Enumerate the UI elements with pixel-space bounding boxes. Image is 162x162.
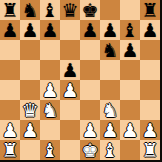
piece-white-pawn[interactable]: ♟ [61, 80, 78, 100]
square-g1[interactable] [120, 140, 140, 160]
piece-black-queen[interactable]: ♛ [61, 0, 78, 20]
square-a5[interactable] [0, 60, 20, 80]
piece-black-pawn[interactable]: ♟ [61, 60, 78, 80]
piece-white-pawn[interactable]: ♟ [81, 120, 98, 140]
square-b7[interactable]: ♟ [20, 20, 40, 40]
square-f6[interactable]: ♞ [100, 40, 120, 60]
piece-white-knight[interactable]: ♞ [101, 100, 118, 120]
square-b5[interactable] [20, 60, 40, 80]
square-g6[interactable]: ♟ [120, 40, 140, 60]
square-b3[interactable]: ♛ [20, 100, 40, 120]
piece-white-pawn[interactable]: ♟ [121, 120, 138, 140]
square-b2[interactable]: ♟ [20, 120, 40, 140]
square-e2[interactable]: ♟ [80, 120, 100, 140]
square-c6[interactable] [40, 40, 60, 60]
square-c2[interactable] [40, 120, 60, 140]
piece-black-bishop[interactable]: ♝ [121, 20, 138, 40]
square-a8[interactable]: ♜ [0, 0, 20, 20]
chess-board-frame: ♜♞♝♛♚♜♟♟♟♟♟♝♟♞♟♟♟♟♛♞♞♟♟♟♟♟♟♜♝♚♝♜ [0, 0, 162, 162]
piece-white-pawn[interactable]: ♟ [141, 120, 158, 140]
piece-black-pawn[interactable]: ♟ [1, 20, 18, 40]
piece-white-pawn[interactable]: ♟ [1, 120, 18, 140]
square-d6[interactable] [60, 40, 80, 60]
square-h5[interactable] [140, 60, 160, 80]
piece-black-king[interactable]: ♚ [81, 0, 98, 20]
square-f8[interactable] [100, 0, 120, 20]
piece-black-knight[interactable]: ♞ [101, 40, 118, 60]
square-b4[interactable] [20, 80, 40, 100]
piece-black-pawn[interactable]: ♟ [121, 40, 138, 60]
square-a7[interactable]: ♟ [0, 20, 20, 40]
piece-white-rook[interactable]: ♜ [1, 140, 18, 160]
square-d5[interactable]: ♟ [60, 60, 80, 80]
piece-white-knight[interactable]: ♞ [41, 100, 58, 120]
square-c4[interactable]: ♟ [40, 80, 60, 100]
square-h1[interactable]: ♜ [140, 140, 160, 160]
square-h2[interactable]: ♟ [140, 120, 160, 140]
square-h8[interactable]: ♜ [140, 0, 160, 20]
square-f5[interactable] [100, 60, 120, 80]
chess-board: ♜♞♝♛♚♜♟♟♟♟♟♝♟♞♟♟♟♟♛♞♞♟♟♟♟♟♟♜♝♚♝♜ [0, 0, 160, 160]
piece-black-pawn[interactable]: ♟ [141, 20, 158, 40]
square-e8[interactable]: ♚ [80, 0, 100, 20]
piece-white-king[interactable]: ♚ [81, 140, 98, 160]
piece-black-pawn[interactable]: ♟ [41, 20, 58, 40]
square-h4[interactable] [140, 80, 160, 100]
square-g2[interactable]: ♟ [120, 120, 140, 140]
piece-white-queen[interactable]: ♛ [21, 100, 38, 120]
square-f4[interactable] [100, 80, 120, 100]
square-c1[interactable]: ♝ [40, 140, 60, 160]
piece-white-pawn[interactable]: ♟ [101, 120, 118, 140]
square-b1[interactable] [20, 140, 40, 160]
square-e7[interactable]: ♟ [80, 20, 100, 40]
square-g7[interactable]: ♝ [120, 20, 140, 40]
square-a6[interactable] [0, 40, 20, 60]
piece-white-bishop[interactable]: ♝ [41, 140, 58, 160]
square-b8[interactable]: ♞ [20, 0, 40, 20]
piece-white-pawn[interactable]: ♟ [41, 80, 58, 100]
piece-black-bishop[interactable]: ♝ [41, 0, 58, 20]
square-d8[interactable]: ♛ [60, 0, 80, 20]
piece-black-rook[interactable]: ♜ [141, 0, 158, 20]
square-c7[interactable]: ♟ [40, 20, 60, 40]
square-f2[interactable]: ♟ [100, 120, 120, 140]
piece-black-pawn[interactable]: ♟ [81, 20, 98, 40]
square-h6[interactable] [140, 40, 160, 60]
square-e1[interactable]: ♚ [80, 140, 100, 160]
square-f3[interactable]: ♞ [100, 100, 120, 120]
square-a3[interactable] [0, 100, 20, 120]
square-e4[interactable] [80, 80, 100, 100]
square-a2[interactable]: ♟ [0, 120, 20, 140]
piece-black-pawn[interactable]: ♟ [101, 20, 118, 40]
square-b6[interactable] [20, 40, 40, 60]
square-c5[interactable] [40, 60, 60, 80]
square-d3[interactable] [60, 100, 80, 120]
square-h3[interactable] [140, 100, 160, 120]
square-e5[interactable] [80, 60, 100, 80]
square-e3[interactable] [80, 100, 100, 120]
square-a4[interactable] [0, 80, 20, 100]
square-c3[interactable]: ♞ [40, 100, 60, 120]
square-c8[interactable]: ♝ [40, 0, 60, 20]
piece-white-pawn[interactable]: ♟ [21, 120, 38, 140]
square-f1[interactable]: ♝ [100, 140, 120, 160]
square-a1[interactable]: ♜ [0, 140, 20, 160]
square-g5[interactable] [120, 60, 140, 80]
piece-black-pawn[interactable]: ♟ [21, 20, 38, 40]
square-g3[interactable] [120, 100, 140, 120]
square-h7[interactable]: ♟ [140, 20, 160, 40]
piece-black-knight[interactable]: ♞ [21, 0, 38, 20]
square-d4[interactable]: ♟ [60, 80, 80, 100]
square-d7[interactable] [60, 20, 80, 40]
square-d1[interactable] [60, 140, 80, 160]
square-d2[interactable] [60, 120, 80, 140]
square-g4[interactable] [120, 80, 140, 100]
piece-black-rook[interactable]: ♜ [1, 0, 18, 20]
square-g8[interactable] [120, 0, 140, 20]
square-e6[interactable] [80, 40, 100, 60]
square-f7[interactable]: ♟ [100, 20, 120, 40]
piece-white-bishop[interactable]: ♝ [101, 140, 118, 160]
piece-white-rook[interactable]: ♜ [141, 140, 158, 160]
